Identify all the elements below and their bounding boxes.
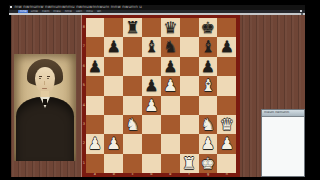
file-label-a: a bbox=[86, 173, 105, 177]
square-a3[interactable] bbox=[86, 115, 105, 134]
square-d6[interactable] bbox=[142, 57, 161, 76]
piece-white-king-g1[interactable]: ♚ bbox=[199, 154, 218, 173]
rank-label-6: 6 bbox=[82, 57, 86, 76]
square-a5[interactable] bbox=[86, 76, 105, 95]
rank-label-8: 8 bbox=[82, 18, 86, 37]
square-g3[interactable]: ♞ bbox=[199, 115, 218, 134]
square-h8[interactable] bbox=[217, 18, 236, 37]
square-f8[interactable] bbox=[180, 18, 199, 37]
rank-label-3: 3 bbox=[82, 115, 86, 134]
piece-white-rook-f1[interactable]: ♜ bbox=[180, 154, 199, 173]
square-e1[interactable] bbox=[161, 154, 180, 173]
piece-white-pawn-e5[interactable]: ♟ bbox=[161, 76, 180, 95]
piece-white-pawn-b2[interactable]: ♟ bbox=[104, 134, 123, 153]
square-f7[interactable] bbox=[180, 37, 199, 56]
square-f1[interactable]: ♜ bbox=[180, 154, 199, 173]
piece-white-bishop-g5[interactable]: ♝ bbox=[199, 76, 218, 95]
piece-white-pawn-h2[interactable]: ♟ bbox=[217, 134, 236, 153]
square-d5[interactable]: ♟ bbox=[142, 76, 161, 95]
piece-white-pawn-d4[interactable]: ♟ bbox=[142, 96, 161, 115]
piece-black-bishop-d7[interactable]: ♝ bbox=[142, 37, 161, 56]
square-c1[interactable] bbox=[123, 154, 142, 173]
square-d3[interactable] bbox=[142, 115, 161, 134]
square-c5[interactable] bbox=[123, 76, 142, 95]
square-e5[interactable]: ♟ bbox=[161, 76, 180, 95]
piece-white-pawn-g2[interactable]: ♟ bbox=[199, 134, 218, 153]
piece-black-pawn-b7[interactable]: ♟ bbox=[104, 37, 123, 56]
square-b5[interactable] bbox=[104, 76, 123, 95]
notation-panel[interactable]: mwum nwmunm bbox=[261, 109, 305, 177]
square-b1[interactable] bbox=[104, 154, 123, 173]
square-f2[interactable] bbox=[180, 134, 199, 153]
notation-panel-header: mwum nwmunm bbox=[262, 110, 304, 117]
piece-black-rook-c8[interactable]: ♜ bbox=[123, 18, 142, 37]
piece-white-knight-g3[interactable]: ♞ bbox=[199, 115, 218, 134]
file-label-d: d bbox=[142, 173, 161, 177]
portrait-face bbox=[35, 67, 55, 94]
file-label-h: h bbox=[217, 173, 236, 177]
rank-label-2: 2 bbox=[82, 134, 86, 153]
square-a8[interactable] bbox=[86, 18, 105, 37]
square-b6[interactable] bbox=[104, 57, 123, 76]
square-f4[interactable] bbox=[180, 96, 199, 115]
square-d2[interactable] bbox=[142, 134, 161, 153]
file-label-g: g bbox=[199, 173, 218, 177]
square-e7[interactable]: ♞ bbox=[161, 37, 180, 56]
square-a6[interactable]: ♟ bbox=[86, 57, 105, 76]
rank-label-5: 5 bbox=[82, 76, 86, 95]
board-grid: ♜♛♚♟♝♞♝♟♟♟♟♟♟♝♟♞♞♛♟♟♟♟♜♚ bbox=[86, 18, 237, 173]
chess-board: ♜♛♚♟♝♞♝♟♟♟♟♟♟♝♟♞♞♛♟♟♟♟♜♚ 87654321abcdefg… bbox=[81, 15, 240, 177]
square-d8[interactable] bbox=[142, 18, 161, 37]
square-g4[interactable] bbox=[199, 96, 218, 115]
square-g7[interactable]: ♝ bbox=[199, 37, 218, 56]
file-label-c: c bbox=[123, 173, 142, 177]
piece-black-bishop-g7[interactable]: ♝ bbox=[199, 37, 218, 56]
square-c3[interactable]: ♞ bbox=[123, 115, 142, 134]
square-c7[interactable] bbox=[123, 37, 142, 56]
square-f3[interactable] bbox=[180, 115, 199, 134]
piece-black-pawn-d5[interactable]: ♟ bbox=[142, 76, 161, 95]
piece-white-pawn-a2[interactable]: ♟ bbox=[86, 134, 105, 153]
square-h6[interactable] bbox=[217, 57, 236, 76]
square-h5[interactable] bbox=[217, 76, 236, 95]
square-f5[interactable] bbox=[180, 76, 199, 95]
square-c6[interactable] bbox=[123, 57, 142, 76]
square-g2[interactable]: ♟ bbox=[199, 134, 218, 153]
square-a2[interactable]: ♟ bbox=[86, 134, 105, 153]
piece-black-queen-e8[interactable]: ♛ bbox=[161, 18, 180, 37]
paul-morphy-portrait bbox=[14, 54, 76, 161]
square-d7[interactable]: ♝ bbox=[142, 37, 161, 56]
file-label-f: f bbox=[180, 173, 199, 177]
square-e6[interactable]: ♟ bbox=[161, 57, 180, 76]
square-c2[interactable] bbox=[123, 134, 142, 153]
square-g5[interactable]: ♝ bbox=[199, 76, 218, 95]
app-icon bbox=[10, 6, 12, 8]
square-e2[interactable] bbox=[161, 134, 180, 153]
square-a7[interactable] bbox=[86, 37, 105, 56]
piece-white-knight-c3[interactable]: ♞ bbox=[123, 115, 142, 134]
square-d4[interactable]: ♟ bbox=[142, 96, 161, 115]
square-h4[interactable] bbox=[217, 96, 236, 115]
rank-label-4: 4 bbox=[82, 96, 86, 115]
square-b7[interactable]: ♟ bbox=[104, 37, 123, 56]
square-b4[interactable] bbox=[104, 96, 123, 115]
piece-black-pawn-e6[interactable]: ♟ bbox=[161, 57, 180, 76]
piece-black-pawn-h7[interactable]: ♟ bbox=[217, 37, 236, 56]
square-h7[interactable]: ♟ bbox=[217, 37, 236, 56]
square-g8[interactable]: ♚ bbox=[199, 18, 218, 37]
square-d1[interactable] bbox=[142, 154, 161, 173]
piece-black-pawn-a6[interactable]: ♟ bbox=[86, 57, 105, 76]
square-g6[interactable]: ♟ bbox=[199, 57, 218, 76]
file-label-b: b bbox=[104, 173, 123, 177]
square-a4[interactable] bbox=[86, 96, 105, 115]
rank-label-1: 1 bbox=[82, 154, 86, 173]
square-c4[interactable] bbox=[123, 96, 142, 115]
square-h1[interactable] bbox=[217, 154, 236, 173]
piece-black-pawn-g6[interactable]: ♟ bbox=[199, 57, 218, 76]
square-a1[interactable] bbox=[86, 154, 105, 173]
square-c8[interactable]: ♜ bbox=[123, 18, 142, 37]
square-b2[interactable]: ♟ bbox=[104, 134, 123, 153]
piece-white-queen-h3[interactable]: ♛ bbox=[217, 115, 236, 134]
square-g1[interactable]: ♚ bbox=[199, 154, 218, 173]
square-b3[interactable] bbox=[104, 115, 123, 134]
file-label-e: e bbox=[161, 173, 180, 177]
piece-black-king-g8[interactable]: ♚ bbox=[199, 18, 218, 37]
square-e8[interactable]: ♛ bbox=[161, 18, 180, 37]
square-e3[interactable] bbox=[161, 115, 180, 134]
square-h2[interactable]: ♟ bbox=[217, 134, 236, 153]
square-h3[interactable]: ♛ bbox=[217, 115, 236, 134]
piece-black-knight-e7[interactable]: ♞ bbox=[161, 37, 180, 56]
square-b8[interactable] bbox=[104, 18, 123, 37]
square-e4[interactable] bbox=[161, 96, 180, 115]
rank-label-7: 7 bbox=[82, 37, 86, 56]
square-f6[interactable] bbox=[180, 57, 199, 76]
